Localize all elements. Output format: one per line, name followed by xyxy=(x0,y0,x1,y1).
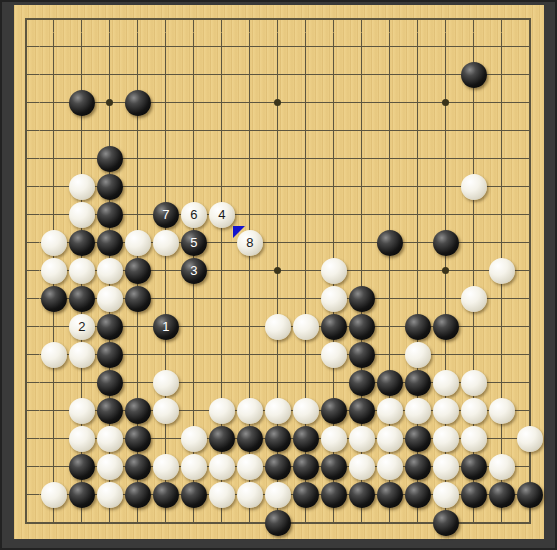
intersection-14-13[interactable] xyxy=(404,369,432,397)
intersection-1-6[interactable] xyxy=(40,173,68,201)
intersection-7-17[interactable] xyxy=(208,481,236,509)
intersection-10-1[interactable] xyxy=(292,33,320,61)
intersection-8-17[interactable] xyxy=(236,481,264,509)
intersection-18-14[interactable] xyxy=(516,397,544,425)
intersection-4-12[interactable] xyxy=(124,341,152,369)
intersection-4-8[interactable] xyxy=(124,229,152,257)
intersection-6-12[interactable] xyxy=(180,341,208,369)
intersection-0-7[interactable] xyxy=(12,201,40,229)
intersection-7-2[interactable] xyxy=(208,61,236,89)
intersection-10-16[interactable] xyxy=(292,453,320,481)
intersection-16-14[interactable] xyxy=(460,397,488,425)
intersection-6-16[interactable] xyxy=(180,453,208,481)
intersection-17-15[interactable] xyxy=(488,425,516,453)
intersection-8-11[interactable] xyxy=(236,313,264,341)
intersection-6-8[interactable]: 5 xyxy=(180,229,208,257)
intersection-12-14[interactable] xyxy=(348,397,376,425)
intersection-1-4[interactable] xyxy=(40,117,68,145)
intersection-5-6[interactable] xyxy=(152,173,180,201)
intersection-7-15[interactable] xyxy=(208,425,236,453)
intersection-8-14[interactable] xyxy=(236,397,264,425)
intersection-1-10[interactable] xyxy=(40,285,68,313)
intersection-17-17[interactable] xyxy=(488,481,516,509)
intersection-3-11[interactable] xyxy=(96,313,124,341)
intersection-1-14[interactable] xyxy=(40,397,68,425)
intersection-5-8[interactable] xyxy=(152,229,180,257)
intersection-11-12[interactable] xyxy=(320,341,348,369)
intersection-6-18[interactable] xyxy=(180,509,208,537)
intersection-4-2[interactable] xyxy=(124,61,152,89)
intersection-15-13[interactable] xyxy=(432,369,460,397)
intersection-8-5[interactable] xyxy=(236,145,264,173)
intersection-12-18[interactable] xyxy=(348,509,376,537)
intersection-17-9[interactable] xyxy=(488,257,516,285)
intersection-8-2[interactable] xyxy=(236,61,264,89)
intersection-7-3[interactable] xyxy=(208,89,236,117)
intersection-6-7[interactable]: 6 xyxy=(180,201,208,229)
intersection-4-4[interactable] xyxy=(124,117,152,145)
intersection-9-14[interactable] xyxy=(264,397,292,425)
intersection-13-6[interactable] xyxy=(376,173,404,201)
intersection-18-18[interactable] xyxy=(516,509,544,537)
intersection-5-15[interactable] xyxy=(152,425,180,453)
intersection-8-8[interactable]: 8 xyxy=(236,229,264,257)
intersection-16-8[interactable] xyxy=(460,229,488,257)
intersection-1-12[interactable] xyxy=(40,341,68,369)
intersection-1-13[interactable] xyxy=(40,369,68,397)
intersection-2-0[interactable] xyxy=(68,5,96,33)
intersection-15-14[interactable] xyxy=(432,397,460,425)
intersection-7-4[interactable] xyxy=(208,117,236,145)
intersection-8-15[interactable] xyxy=(236,425,264,453)
intersection-14-14[interactable] xyxy=(404,397,432,425)
intersection-16-7[interactable] xyxy=(460,201,488,229)
intersection-0-1[interactable] xyxy=(12,33,40,61)
intersection-2-17[interactable] xyxy=(68,481,96,509)
intersection-16-10[interactable] xyxy=(460,285,488,313)
intersection-11-10[interactable] xyxy=(320,285,348,313)
intersection-5-1[interactable] xyxy=(152,33,180,61)
intersection-16-3[interactable] xyxy=(460,89,488,117)
intersection-13-15[interactable] xyxy=(376,425,404,453)
intersection-10-3[interactable] xyxy=(292,89,320,117)
intersection-3-8[interactable] xyxy=(96,229,124,257)
intersection-17-7[interactable] xyxy=(488,201,516,229)
intersection-15-9[interactable] xyxy=(432,257,460,285)
intersection-9-3[interactable] xyxy=(264,89,292,117)
intersection-12-8[interactable] xyxy=(348,229,376,257)
intersection-14-18[interactable] xyxy=(404,509,432,537)
intersection-11-15[interactable] xyxy=(320,425,348,453)
intersection-15-17[interactable] xyxy=(432,481,460,509)
intersection-5-11[interactable]: 1 xyxy=(152,313,180,341)
intersection-3-15[interactable] xyxy=(96,425,124,453)
intersection-16-12[interactable] xyxy=(460,341,488,369)
intersection-4-15[interactable] xyxy=(124,425,152,453)
intersection-18-11[interactable] xyxy=(516,313,544,341)
intersection-18-9[interactable] xyxy=(516,257,544,285)
intersection-12-17[interactable] xyxy=(348,481,376,509)
intersection-4-7[interactable] xyxy=(124,201,152,229)
intersection-6-10[interactable] xyxy=(180,285,208,313)
intersection-3-14[interactable] xyxy=(96,397,124,425)
intersection-16-15[interactable] xyxy=(460,425,488,453)
intersection-12-11[interactable] xyxy=(348,313,376,341)
intersection-3-18[interactable] xyxy=(96,509,124,537)
intersection-7-7[interactable]: 4 xyxy=(208,201,236,229)
intersection-11-0[interactable] xyxy=(320,5,348,33)
intersection-14-11[interactable] xyxy=(404,313,432,341)
intersection-11-4[interactable] xyxy=(320,117,348,145)
intersection-16-18[interactable] xyxy=(460,509,488,537)
intersection-10-8[interactable] xyxy=(292,229,320,257)
intersection-0-10[interactable] xyxy=(12,285,40,313)
intersection-15-5[interactable] xyxy=(432,145,460,173)
intersection-4-18[interactable] xyxy=(124,509,152,537)
intersection-0-6[interactable] xyxy=(12,173,40,201)
intersection-2-13[interactable] xyxy=(68,369,96,397)
intersection-11-18[interactable] xyxy=(320,509,348,537)
intersection-6-11[interactable] xyxy=(180,313,208,341)
intersection-11-16[interactable] xyxy=(320,453,348,481)
intersection-3-1[interactable] xyxy=(96,33,124,61)
intersection-17-4[interactable] xyxy=(488,117,516,145)
intersection-16-11[interactable] xyxy=(460,313,488,341)
intersection-7-10[interactable] xyxy=(208,285,236,313)
intersection-16-5[interactable] xyxy=(460,145,488,173)
intersection-12-7[interactable] xyxy=(348,201,376,229)
intersection-11-2[interactable] xyxy=(320,61,348,89)
intersection-13-3[interactable] xyxy=(376,89,404,117)
intersection-0-4[interactable] xyxy=(12,117,40,145)
intersection-12-10[interactable] xyxy=(348,285,376,313)
intersection-10-9[interactable] xyxy=(292,257,320,285)
intersection-11-7[interactable] xyxy=(320,201,348,229)
intersection-3-12[interactable] xyxy=(96,341,124,369)
intersection-4-14[interactable] xyxy=(124,397,152,425)
intersection-9-9[interactable] xyxy=(264,257,292,285)
intersection-4-11[interactable] xyxy=(124,313,152,341)
intersection-7-5[interactable] xyxy=(208,145,236,173)
intersection-6-4[interactable] xyxy=(180,117,208,145)
intersection-8-12[interactable] xyxy=(236,341,264,369)
intersection-11-9[interactable] xyxy=(320,257,348,285)
intersection-7-6[interactable] xyxy=(208,173,236,201)
intersection-16-17[interactable] xyxy=(460,481,488,509)
intersection-17-8[interactable] xyxy=(488,229,516,257)
intersection-7-1[interactable] xyxy=(208,33,236,61)
intersection-13-2[interactable] xyxy=(376,61,404,89)
intersection-16-1[interactable] xyxy=(460,33,488,61)
intersection-4-16[interactable] xyxy=(124,453,152,481)
intersection-4-1[interactable] xyxy=(124,33,152,61)
intersection-5-18[interactable] xyxy=(152,509,180,537)
intersection-14-7[interactable] xyxy=(404,201,432,229)
intersection-2-1[interactable] xyxy=(68,33,96,61)
intersection-11-17[interactable] xyxy=(320,481,348,509)
intersection-15-6[interactable] xyxy=(432,173,460,201)
intersection-18-10[interactable] xyxy=(516,285,544,313)
intersection-5-0[interactable] xyxy=(152,5,180,33)
intersection-2-3[interactable] xyxy=(68,89,96,117)
intersection-6-13[interactable] xyxy=(180,369,208,397)
intersection-14-10[interactable] xyxy=(404,285,432,313)
intersection-3-7[interactable] xyxy=(96,201,124,229)
intersection-8-6[interactable] xyxy=(236,173,264,201)
intersection-5-7[interactable]: 7 xyxy=(152,201,180,229)
intersection-13-14[interactable] xyxy=(376,397,404,425)
intersection-2-2[interactable] xyxy=(68,61,96,89)
intersection-14-12[interactable] xyxy=(404,341,432,369)
intersection-1-3[interactable] xyxy=(40,89,68,117)
intersection-10-14[interactable] xyxy=(292,397,320,425)
intersection-5-9[interactable] xyxy=(152,257,180,285)
intersection-12-12[interactable] xyxy=(348,341,376,369)
intersection-17-14[interactable] xyxy=(488,397,516,425)
intersection-15-16[interactable] xyxy=(432,453,460,481)
intersection-11-8[interactable] xyxy=(320,229,348,257)
intersection-17-12[interactable] xyxy=(488,341,516,369)
intersection-1-5[interactable] xyxy=(40,145,68,173)
intersection-17-6[interactable] xyxy=(488,173,516,201)
intersection-0-8[interactable] xyxy=(12,229,40,257)
intersection-15-2[interactable] xyxy=(432,61,460,89)
intersection-13-9[interactable] xyxy=(376,257,404,285)
intersection-18-1[interactable] xyxy=(516,33,544,61)
intersection-12-15[interactable] xyxy=(348,425,376,453)
intersection-5-14[interactable] xyxy=(152,397,180,425)
intersection-10-6[interactable] xyxy=(292,173,320,201)
intersection-18-0[interactable] xyxy=(516,5,544,33)
intersection-0-2[interactable] xyxy=(12,61,40,89)
intersection-4-9[interactable] xyxy=(124,257,152,285)
intersection-14-8[interactable] xyxy=(404,229,432,257)
intersection-3-16[interactable] xyxy=(96,453,124,481)
intersection-3-9[interactable] xyxy=(96,257,124,285)
intersection-7-14[interactable] xyxy=(208,397,236,425)
intersection-5-2[interactable] xyxy=(152,61,180,89)
intersection-17-2[interactable] xyxy=(488,61,516,89)
intersection-13-17[interactable] xyxy=(376,481,404,509)
intersection-7-18[interactable] xyxy=(208,509,236,537)
intersection-15-4[interactable] xyxy=(432,117,460,145)
intersection-6-2[interactable] xyxy=(180,61,208,89)
intersection-0-3[interactable] xyxy=(12,89,40,117)
intersection-7-11[interactable] xyxy=(208,313,236,341)
intersection-11-6[interactable] xyxy=(320,173,348,201)
intersection-18-15[interactable] xyxy=(516,425,544,453)
intersection-15-15[interactable] xyxy=(432,425,460,453)
intersection-1-0[interactable] xyxy=(40,5,68,33)
intersection-18-16[interactable] xyxy=(516,453,544,481)
intersection-15-3[interactable] xyxy=(432,89,460,117)
intersection-18-3[interactable] xyxy=(516,89,544,117)
intersection-12-13[interactable] xyxy=(348,369,376,397)
intersection-3-13[interactable] xyxy=(96,369,124,397)
intersection-2-14[interactable] xyxy=(68,397,96,425)
intersection-11-11[interactable] xyxy=(320,313,348,341)
intersection-2-8[interactable] xyxy=(68,229,96,257)
intersection-17-18[interactable] xyxy=(488,509,516,537)
intersection-0-5[interactable] xyxy=(12,145,40,173)
intersection-1-16[interactable] xyxy=(40,453,68,481)
intersection-5-10[interactable] xyxy=(152,285,180,313)
intersection-4-10[interactable] xyxy=(124,285,152,313)
intersection-18-17[interactable] xyxy=(516,481,544,509)
intersection-15-8[interactable] xyxy=(432,229,460,257)
intersection-10-4[interactable] xyxy=(292,117,320,145)
intersection-1-7[interactable] xyxy=(40,201,68,229)
intersection-14-3[interactable] xyxy=(404,89,432,117)
intersection-15-18[interactable] xyxy=(432,509,460,537)
intersection-17-1[interactable] xyxy=(488,33,516,61)
intersection-13-16[interactable] xyxy=(376,453,404,481)
intersection-0-15[interactable] xyxy=(12,425,40,453)
intersection-8-7[interactable] xyxy=(236,201,264,229)
intersection-8-3[interactable] xyxy=(236,89,264,117)
intersection-13-8[interactable] xyxy=(376,229,404,257)
intersection-9-2[interactable] xyxy=(264,61,292,89)
intersection-12-2[interactable] xyxy=(348,61,376,89)
intersection-11-3[interactable] xyxy=(320,89,348,117)
intersection-10-13[interactable] xyxy=(292,369,320,397)
intersection-13-7[interactable] xyxy=(376,201,404,229)
intersection-10-5[interactable] xyxy=(292,145,320,173)
intersection-3-5[interactable] xyxy=(96,145,124,173)
intersection-12-5[interactable] xyxy=(348,145,376,173)
intersection-9-0[interactable] xyxy=(264,5,292,33)
intersection-9-6[interactable] xyxy=(264,173,292,201)
intersection-2-15[interactable] xyxy=(68,425,96,453)
intersection-0-17[interactable] xyxy=(12,481,40,509)
intersection-9-13[interactable] xyxy=(264,369,292,397)
intersection-7-12[interactable] xyxy=(208,341,236,369)
intersection-16-13[interactable] xyxy=(460,369,488,397)
intersection-0-11[interactable] xyxy=(12,313,40,341)
intersection-18-2[interactable] xyxy=(516,61,544,89)
intersection-2-18[interactable] xyxy=(68,509,96,537)
intersection-16-9[interactable] xyxy=(460,257,488,285)
intersection-9-10[interactable] xyxy=(264,285,292,313)
intersection-2-5[interactable] xyxy=(68,145,96,173)
intersection-2-16[interactable] xyxy=(68,453,96,481)
intersection-16-2[interactable] xyxy=(460,61,488,89)
intersection-7-13[interactable] xyxy=(208,369,236,397)
intersection-15-7[interactable] xyxy=(432,201,460,229)
intersection-13-5[interactable] xyxy=(376,145,404,173)
intersection-17-16[interactable] xyxy=(488,453,516,481)
intersection-10-17[interactable] xyxy=(292,481,320,509)
intersection-9-11[interactable] xyxy=(264,313,292,341)
intersection-8-0[interactable] xyxy=(236,5,264,33)
intersection-2-11[interactable]: 2 xyxy=(68,313,96,341)
intersection-7-0[interactable] xyxy=(208,5,236,33)
intersection-0-14[interactable] xyxy=(12,397,40,425)
intersection-18-12[interactable] xyxy=(516,341,544,369)
intersection-9-8[interactable] xyxy=(264,229,292,257)
intersection-3-17[interactable] xyxy=(96,481,124,509)
intersection-12-6[interactable] xyxy=(348,173,376,201)
intersection-6-0[interactable] xyxy=(180,5,208,33)
intersection-10-12[interactable] xyxy=(292,341,320,369)
intersection-9-18[interactable] xyxy=(264,509,292,537)
intersection-9-4[interactable] xyxy=(264,117,292,145)
intersection-5-17[interactable] xyxy=(152,481,180,509)
intersection-3-2[interactable] xyxy=(96,61,124,89)
intersection-1-11[interactable] xyxy=(40,313,68,341)
intersection-12-1[interactable] xyxy=(348,33,376,61)
intersection-1-18[interactable] xyxy=(40,509,68,537)
intersection-6-5[interactable] xyxy=(180,145,208,173)
intersection-14-15[interactable] xyxy=(404,425,432,453)
intersection-17-3[interactable] xyxy=(488,89,516,117)
intersection-2-12[interactable] xyxy=(68,341,96,369)
intersection-14-16[interactable] xyxy=(404,453,432,481)
intersection-3-4[interactable] xyxy=(96,117,124,145)
intersection-5-16[interactable] xyxy=(152,453,180,481)
intersection-1-17[interactable] xyxy=(40,481,68,509)
intersection-0-0[interactable] xyxy=(12,5,40,33)
intersection-10-11[interactable] xyxy=(292,313,320,341)
intersection-18-8[interactable] xyxy=(516,229,544,257)
intersection-2-4[interactable] xyxy=(68,117,96,145)
intersection-4-13[interactable] xyxy=(124,369,152,397)
intersection-5-12[interactable] xyxy=(152,341,180,369)
intersection-10-18[interactable] xyxy=(292,509,320,537)
intersection-9-12[interactable] xyxy=(264,341,292,369)
intersection-6-9[interactable]: 3 xyxy=(180,257,208,285)
intersection-11-5[interactable] xyxy=(320,145,348,173)
intersection-7-16[interactable] xyxy=(208,453,236,481)
intersection-8-1[interactable] xyxy=(236,33,264,61)
intersection-6-1[interactable] xyxy=(180,33,208,61)
intersection-13-12[interactable] xyxy=(376,341,404,369)
intersection-17-10[interactable] xyxy=(488,285,516,313)
intersection-5-3[interactable] xyxy=(152,89,180,117)
intersection-12-16[interactable] xyxy=(348,453,376,481)
intersection-12-3[interactable] xyxy=(348,89,376,117)
intersection-17-11[interactable] xyxy=(488,313,516,341)
intersection-14-2[interactable] xyxy=(404,61,432,89)
intersection-16-0[interactable] xyxy=(460,5,488,33)
intersection-10-10[interactable] xyxy=(292,285,320,313)
intersection-10-15[interactable] xyxy=(292,425,320,453)
intersection-4-17[interactable] xyxy=(124,481,152,509)
intersection-7-8[interactable] xyxy=(208,229,236,257)
intersection-0-16[interactable] xyxy=(12,453,40,481)
intersection-2-10[interactable] xyxy=(68,285,96,313)
intersection-14-6[interactable] xyxy=(404,173,432,201)
intersection-8-9[interactable] xyxy=(236,257,264,285)
intersection-8-13[interactable] xyxy=(236,369,264,397)
intersection-12-0[interactable] xyxy=(348,5,376,33)
intersection-5-5[interactable] xyxy=(152,145,180,173)
intersection-6-3[interactable] xyxy=(180,89,208,117)
intersection-18-13[interactable] xyxy=(516,369,544,397)
intersection-12-4[interactable] xyxy=(348,117,376,145)
intersection-2-7[interactable] xyxy=(68,201,96,229)
intersection-15-10[interactable] xyxy=(432,285,460,313)
intersection-10-0[interactable] xyxy=(292,5,320,33)
intersection-9-7[interactable] xyxy=(264,201,292,229)
intersection-11-1[interactable] xyxy=(320,33,348,61)
intersection-9-15[interactable] xyxy=(264,425,292,453)
intersection-14-1[interactable] xyxy=(404,33,432,61)
intersection-10-2[interactable] xyxy=(292,61,320,89)
intersection-11-14[interactable] xyxy=(320,397,348,425)
intersection-3-6[interactable] xyxy=(96,173,124,201)
intersection-5-4[interactable] xyxy=(152,117,180,145)
